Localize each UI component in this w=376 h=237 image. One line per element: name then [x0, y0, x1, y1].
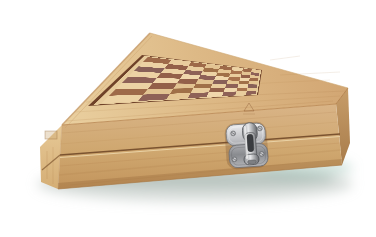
clasp-catch-pin [248, 160, 257, 164]
board-square [138, 94, 170, 101]
board-square [206, 92, 223, 97]
board-square [246, 91, 256, 95]
board-square [166, 93, 191, 99]
product-photo [0, 0, 376, 237]
board-square [188, 92, 208, 98]
clasp-slot [247, 134, 254, 152]
box-scene [0, 0, 376, 237]
finger-joint [45, 131, 57, 139]
board-square [102, 95, 143, 104]
latch-clasp [224, 121, 269, 170]
